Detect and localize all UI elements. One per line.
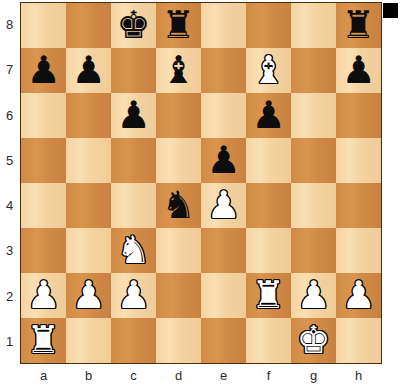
file-label-h: h — [336, 364, 381, 387]
square-f4[interactable] — [246, 183, 291, 228]
piece-white-king[interactable]: ♚ — [296, 318, 330, 363]
square-b7[interactable]: ♟ — [66, 48, 111, 93]
file-label-b: b — [66, 364, 111, 387]
rank-label-5: 5 — [0, 138, 19, 183]
square-c3[interactable]: ♞ — [111, 228, 156, 273]
square-g5[interactable] — [291, 138, 336, 183]
square-f5[interactable] — [246, 138, 291, 183]
square-d3[interactable] — [156, 228, 201, 273]
file-label-g: g — [291, 364, 336, 387]
square-c7[interactable] — [111, 48, 156, 93]
piece-black-pawn[interactable]: ♟ — [116, 93, 150, 138]
square-e2[interactable] — [201, 273, 246, 318]
piece-white-rook[interactable]: ♜ — [251, 273, 285, 318]
piece-black-king[interactable]: ♚ — [116, 3, 150, 48]
square-a7[interactable]: ♟ — [21, 48, 66, 93]
rank-label-6: 6 — [0, 93, 19, 138]
square-f3[interactable] — [246, 228, 291, 273]
square-h2[interactable]: ♟ — [336, 273, 381, 318]
piece-black-knight[interactable]: ♞ — [161, 183, 195, 228]
piece-black-pawn[interactable]: ♟ — [341, 48, 375, 93]
square-f7[interactable]: ♝ — [246, 48, 291, 93]
square-h8[interactable]: ♜ — [336, 3, 381, 48]
square-d8[interactable]: ♜ — [156, 3, 201, 48]
rank-label-4: 4 — [0, 183, 19, 228]
square-g1[interactable]: ♚ — [291, 318, 336, 363]
side-to-move-indicator — [383, 3, 398, 18]
square-b8[interactable] — [66, 3, 111, 48]
square-e8[interactable] — [201, 3, 246, 48]
rank-label-1: 1 — [0, 319, 19, 364]
piece-white-knight[interactable]: ♞ — [116, 228, 150, 273]
square-a4[interactable] — [21, 183, 66, 228]
square-f2[interactable]: ♜ — [246, 273, 291, 318]
square-f8[interactable] — [246, 3, 291, 48]
piece-black-rook[interactable]: ♜ — [341, 3, 375, 48]
rank-label-2: 2 — [0, 274, 19, 319]
file-label-e: e — [201, 364, 246, 387]
square-c5[interactable] — [111, 138, 156, 183]
file-label-c: c — [111, 364, 156, 387]
piece-white-pawn[interactable]: ♟ — [296, 273, 330, 318]
piece-black-pawn[interactable]: ♟ — [206, 138, 240, 183]
square-g3[interactable] — [291, 228, 336, 273]
square-c1[interactable] — [111, 318, 156, 363]
rank-label-3: 3 — [0, 228, 19, 273]
file-label-f: f — [246, 364, 291, 387]
square-c4[interactable] — [111, 183, 156, 228]
square-b1[interactable] — [66, 318, 111, 363]
rank-label-7: 7 — [0, 47, 19, 92]
square-e4[interactable]: ♟ — [201, 183, 246, 228]
square-b4[interactable] — [66, 183, 111, 228]
square-c6[interactable]: ♟ — [111, 93, 156, 138]
piece-white-pawn[interactable]: ♟ — [26, 273, 60, 318]
piece-white-pawn[interactable]: ♟ — [341, 273, 375, 318]
square-f1[interactable] — [246, 318, 291, 363]
square-g6[interactable] — [291, 93, 336, 138]
square-e1[interactable] — [201, 318, 246, 363]
square-g2[interactable]: ♟ — [291, 273, 336, 318]
piece-white-bishop[interactable]: ♝ — [251, 48, 285, 93]
square-g7[interactable] — [291, 48, 336, 93]
square-h3[interactable] — [336, 228, 381, 273]
square-d7[interactable]: ♝ — [156, 48, 201, 93]
rank-labels: 87654321 — [0, 2, 19, 364]
piece-white-pawn[interactable]: ♟ — [206, 183, 240, 228]
square-a1[interactable]: ♜ — [21, 318, 66, 363]
piece-black-pawn[interactable]: ♟ — [71, 48, 105, 93]
square-h6[interactable] — [336, 93, 381, 138]
square-a8[interactable] — [21, 3, 66, 48]
square-h1[interactable] — [336, 318, 381, 363]
file-labels: abcdefgh — [21, 364, 381, 387]
square-c2[interactable]: ♟ — [111, 273, 156, 318]
piece-black-pawn[interactable]: ♟ — [26, 48, 60, 93]
piece-white-rook[interactable]: ♜ — [26, 318, 60, 363]
square-d6[interactable] — [156, 93, 201, 138]
file-label-d: d — [156, 364, 201, 387]
square-e3[interactable] — [201, 228, 246, 273]
square-g8[interactable] — [291, 3, 336, 48]
square-a3[interactable] — [21, 228, 66, 273]
file-label-a: a — [21, 364, 66, 387]
square-h4[interactable] — [336, 183, 381, 228]
square-d5[interactable] — [156, 138, 201, 183]
square-a6[interactable] — [21, 93, 66, 138]
square-d4[interactable]: ♞ — [156, 183, 201, 228]
square-b6[interactable] — [66, 93, 111, 138]
square-a2[interactable]: ♟ — [21, 273, 66, 318]
square-b2[interactable]: ♟ — [66, 273, 111, 318]
square-e6[interactable] — [201, 93, 246, 138]
square-b5[interactable] — [66, 138, 111, 183]
square-b3[interactable] — [66, 228, 111, 273]
piece-black-pawn[interactable]: ♟ — [251, 93, 285, 138]
square-d2[interactable] — [156, 273, 201, 318]
square-e5[interactable]: ♟ — [201, 138, 246, 183]
piece-black-rook[interactable]: ♜ — [161, 3, 195, 48]
square-a5[interactable] — [21, 138, 66, 183]
square-g4[interactable] — [291, 183, 336, 228]
square-h5[interactable] — [336, 138, 381, 183]
square-f6[interactable]: ♟ — [246, 93, 291, 138]
chess-board: ♚♜♜♟♟♝♝♟♟♟♟♞♟♞♟♟♟♜♟♟♜♚ — [20, 2, 382, 364]
chess-diagram: 87654321 ♚♜♜♟♟♝♝♟♟♟♟♞♟♞♟♟♟♜♟♟♜♚ abcdefgh — [0, 0, 400, 387]
piece-white-pawn[interactable]: ♟ — [116, 273, 150, 318]
square-h7[interactable]: ♟ — [336, 48, 381, 93]
square-e7[interactable] — [201, 48, 246, 93]
piece-white-pawn[interactable]: ♟ — [71, 273, 105, 318]
piece-black-bishop[interactable]: ♝ — [161, 48, 195, 93]
rank-label-8: 8 — [0, 2, 19, 47]
square-c8[interactable]: ♚ — [111, 3, 156, 48]
square-d1[interactable] — [156, 318, 201, 363]
